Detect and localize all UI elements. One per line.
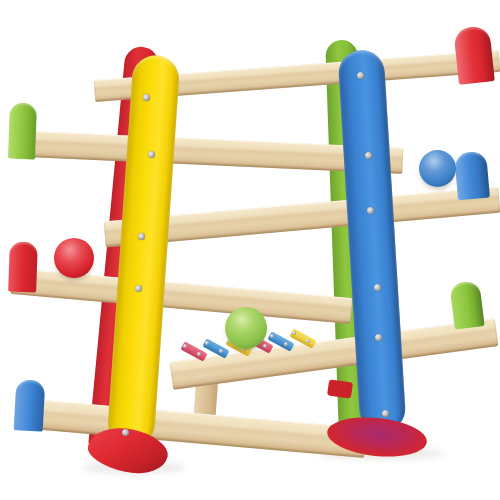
screw [148, 151, 155, 158]
ball-blue [419, 150, 456, 187]
ramp-level-4 [11, 268, 353, 324]
screw [367, 207, 374, 214]
screw [122, 429, 129, 436]
key-pin [219, 349, 223, 353]
key-pin [284, 342, 288, 346]
page: { "meta": { "canvas": { "w": 500, "h": 5… [0, 0, 500, 500]
screw [135, 285, 142, 292]
bumper-green-level5 [449, 280, 484, 329]
screw [138, 233, 145, 240]
screw [143, 94, 150, 101]
key-pin [292, 331, 296, 335]
ramp-level-6 [18, 398, 366, 458]
key-pin [306, 339, 310, 343]
screw [374, 284, 381, 291]
bumper-red-level4 [8, 242, 38, 293]
screw [375, 334, 382, 341]
key-pin [197, 352, 201, 356]
bumper-blue-level6 [14, 379, 46, 431]
key-pin [205, 341, 209, 345]
bumper-green-level2 [8, 103, 37, 160]
marble-run-product-photo [0, 0, 500, 500]
bumper-blue-level3 [454, 151, 490, 201]
bumper-red-level1 [453, 25, 495, 84]
screw [382, 410, 389, 417]
screw [357, 72, 364, 79]
key-pin [263, 344, 267, 348]
screw [365, 152, 372, 159]
ball-green [225, 307, 267, 349]
base-red-sliver [327, 379, 353, 398]
key-pin [183, 344, 187, 348]
key-pin [270, 334, 274, 338]
ball-red [54, 238, 94, 278]
